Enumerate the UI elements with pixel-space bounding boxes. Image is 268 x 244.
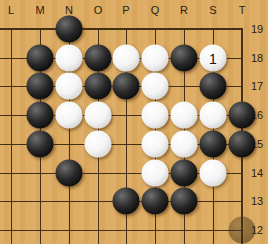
- black-stone: [171, 45, 198, 72]
- point-M14[interactable]: [26, 159, 55, 188]
- point-R18[interactable]: [170, 44, 199, 73]
- point-O19[interactable]: [84, 15, 113, 44]
- white-stone: [142, 160, 169, 187]
- white-stone: [56, 102, 83, 129]
- point-L13[interactable]: [0, 187, 26, 216]
- point-N19[interactable]: [55, 15, 84, 44]
- white-stone: [142, 102, 169, 129]
- point-P17[interactable]: [112, 72, 141, 101]
- white-stone: [142, 45, 169, 72]
- point-N12[interactable]: [55, 216, 84, 244]
- white-stone: [56, 73, 83, 100]
- point-O14[interactable]: [84, 159, 113, 188]
- point-R15[interactable]: [170, 130, 199, 159]
- white-stone: [113, 45, 140, 72]
- point-S19[interactable]: [199, 15, 228, 44]
- point-Q12[interactable]: [141, 216, 170, 244]
- black-stone: [85, 45, 112, 72]
- black-stone: [56, 16, 83, 43]
- point-T12[interactable]: [228, 216, 257, 244]
- point-T14[interactable]: [228, 159, 257, 188]
- point-M15[interactable]: [26, 130, 55, 159]
- point-M16[interactable]: [26, 101, 55, 130]
- point-R14[interactable]: [170, 159, 199, 188]
- point-S12[interactable]: [199, 216, 228, 244]
- black-stone: [27, 131, 54, 158]
- point-L15[interactable]: [0, 130, 26, 159]
- point-N16[interactable]: [55, 101, 84, 130]
- point-R13[interactable]: [170, 187, 199, 216]
- point-R19[interactable]: [170, 15, 199, 44]
- point-P15[interactable]: [112, 130, 141, 159]
- point-Q18[interactable]: [141, 44, 170, 73]
- point-O12[interactable]: [84, 216, 113, 244]
- black-stone: [171, 160, 198, 187]
- black-stone: [113, 73, 140, 100]
- white-stone: 1: [200, 45, 227, 72]
- point-O13[interactable]: [84, 187, 113, 216]
- point-M17[interactable]: [26, 72, 55, 101]
- white-stone: [171, 102, 198, 129]
- point-P16[interactable]: [112, 101, 141, 130]
- point-N18[interactable]: [55, 44, 84, 73]
- point-O16[interactable]: [84, 101, 113, 130]
- black-stone: [27, 73, 54, 100]
- white-stone: [171, 131, 198, 158]
- black-stone: [142, 188, 169, 215]
- point-M18[interactable]: [26, 44, 55, 73]
- point-P19[interactable]: [112, 15, 141, 44]
- point-T18[interactable]: [228, 44, 257, 73]
- white-stone: [200, 102, 227, 129]
- point-L18[interactable]: [0, 44, 26, 73]
- point-S18[interactable]: 1: [199, 44, 228, 73]
- point-T13[interactable]: [228, 187, 257, 216]
- point-L12[interactable]: [0, 216, 26, 244]
- point-N17[interactable]: [55, 72, 84, 101]
- black-stone: [27, 102, 54, 129]
- point-Q15[interactable]: [141, 130, 170, 159]
- point-O18[interactable]: [84, 44, 113, 73]
- point-Q14[interactable]: [141, 159, 170, 188]
- white-stone: [142, 131, 169, 158]
- point-P12[interactable]: [112, 216, 141, 244]
- point-N14[interactable]: [55, 159, 84, 188]
- point-Q16[interactable]: [141, 101, 170, 130]
- point-L14[interactable]: [0, 159, 26, 188]
- black-stone: [229, 102, 256, 129]
- point-M12[interactable]: [26, 216, 55, 244]
- point-R16[interactable]: [170, 101, 199, 130]
- black-stone: [56, 160, 83, 187]
- point-Q13[interactable]: [141, 187, 170, 216]
- point-M13[interactable]: [26, 187, 55, 216]
- white-stone: [85, 102, 112, 129]
- point-T16[interactable]: [228, 101, 257, 130]
- black-stone: [200, 73, 227, 100]
- black-stone: [113, 188, 140, 215]
- point-P13[interactable]: [112, 187, 141, 216]
- point-R17[interactable]: [170, 72, 199, 101]
- point-L17[interactable]: [0, 72, 26, 101]
- point-L16[interactable]: [0, 101, 26, 130]
- white-stone: [85, 131, 112, 158]
- black-stone: [85, 73, 112, 100]
- point-N15[interactable]: [55, 130, 84, 159]
- point-R12[interactable]: [170, 216, 199, 244]
- white-stone: [142, 73, 169, 100]
- point-O15[interactable]: [84, 130, 113, 159]
- point-T17[interactable]: [228, 72, 257, 101]
- point-S14[interactable]: [199, 159, 228, 188]
- black-stone: [229, 131, 256, 158]
- point-S16[interactable]: [199, 101, 228, 130]
- point-P14[interactable]: [112, 159, 141, 188]
- white-stone: [56, 45, 83, 72]
- move-number-label: 1: [200, 45, 227, 72]
- point-Q19[interactable]: [141, 15, 170, 44]
- point-M19[interactable]: [26, 15, 55, 44]
- go-board[interactable]: LMNOPQRST19181716151413121: [0, 0, 268, 244]
- point-L19[interactable]: [0, 15, 26, 44]
- black-stone: [200, 131, 227, 158]
- point-S13[interactable]: [199, 187, 228, 216]
- ghost-stone: [229, 217, 256, 244]
- point-S17[interactable]: [199, 72, 228, 101]
- white-stone: [200, 160, 227, 187]
- point-Q17[interactable]: [141, 72, 170, 101]
- black-stone: [27, 45, 54, 72]
- point-T19[interactable]: [228, 15, 257, 44]
- black-stone: [171, 188, 198, 215]
- point-O17[interactable]: [84, 72, 113, 101]
- point-T15[interactable]: [228, 130, 257, 159]
- point-N13[interactable]: [55, 187, 84, 216]
- point-P18[interactable]: [112, 44, 141, 73]
- point-S15[interactable]: [199, 130, 228, 159]
